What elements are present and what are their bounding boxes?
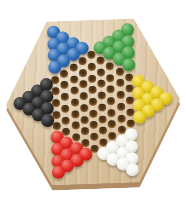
- holes-layer: [0, 0, 182, 3]
- board-rotor: [0, 0, 186, 204]
- pegs-layer: [0, 0, 182, 3]
- chinese-checkers-photo: [0, 0, 186, 204]
